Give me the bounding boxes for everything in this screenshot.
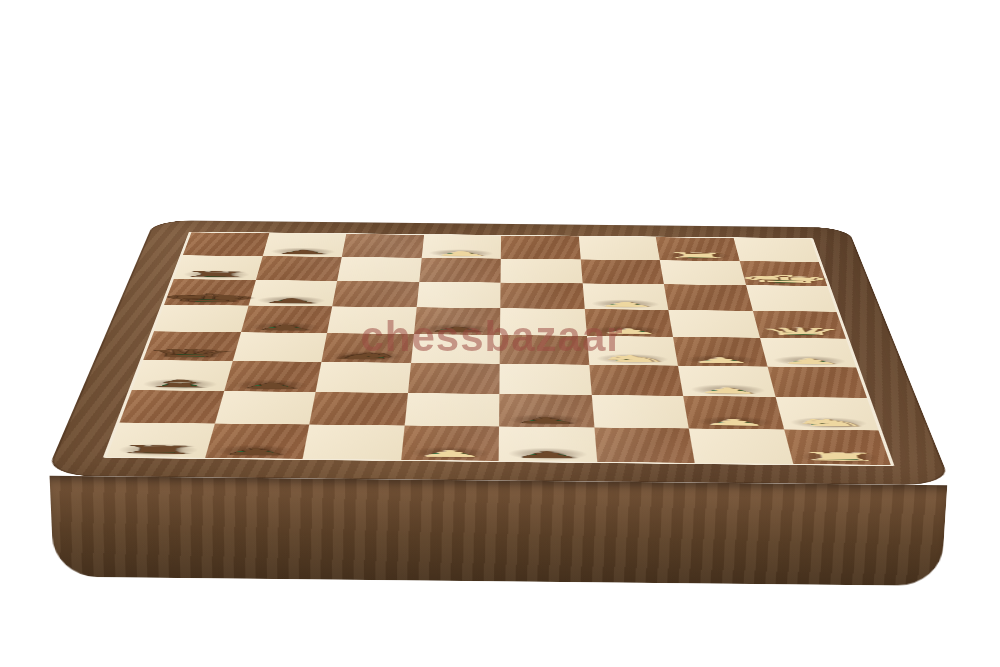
rook-glyph: ♜ [178,270,255,278]
bishop-glyph: ♝ [134,378,226,389]
board-square [673,337,767,367]
board-square [214,391,315,424]
felt-base [528,419,564,423]
felt-base [236,450,274,454]
board-square [107,422,215,457]
black-rook: ♜ [107,422,215,457]
black-rook: ♜ [174,255,263,280]
king-glyph: ♚ [733,273,837,285]
board-square [132,360,233,391]
board-square [303,424,405,459]
black-pawn: ♟ [224,361,322,392]
pawn-glyph: ♟ [699,418,771,427]
board-square [232,332,327,361]
piece-shadow [508,448,586,461]
black-pawn: ♟ [499,394,594,427]
board-square [689,428,793,464]
board-square [784,429,891,465]
queen-glyph: ♛ [140,347,239,359]
pawn-glyph: ♟ [432,250,491,257]
piece-shadow [690,384,765,395]
black-queen: ♛ [143,331,240,360]
board-square [401,425,499,460]
pawn-glyph: ♟ [259,297,323,304]
felt-base [710,389,745,393]
board-square [404,393,499,426]
piece-shadow [141,379,218,390]
white-pawn: ♟ [673,337,767,367]
white-queen: ♛ [752,311,846,339]
board-square [224,361,322,392]
white-knight: ♞ [775,397,878,430]
board-square [499,426,597,462]
pawn-glyph: ♟ [693,386,763,395]
board-square [767,366,867,397]
board-square [205,423,310,458]
board-square [683,396,783,429]
board-square [316,362,411,393]
black-pawn: ♟ [262,233,346,257]
white-pawn: ♟ [683,396,783,429]
queen-glyph: ♛ [753,326,849,337]
watermark: chessbazaar [360,313,623,361]
white-king: ♚ [739,261,827,286]
board-square [678,365,775,396]
pawn-glyph: ♟ [252,324,318,332]
board-square [591,395,688,428]
pawn-glyph: ♟ [776,357,844,365]
felt-base [811,422,848,426]
pawn-glyph: ♟ [688,356,756,364]
felt-base [793,360,828,364]
king-glyph: ♚ [155,292,262,304]
board-square [759,338,856,368]
white-pawn: ♟ [759,338,856,368]
piece-shadow [215,444,296,457]
white-pawn: ♟ [401,425,499,460]
chess-set-product-photo: ♜♟♟♟♝♟♛♞♟♟♚♟♜♟♜♟♞♟♟♟♟♛♞♟♟♚♜♟ chessbazaar [0,0,1000,667]
piece-shadow [411,447,490,460]
white-rook: ♜ [784,429,891,465]
piece-shadow [790,417,869,429]
felt-base [529,453,566,457]
board-square [594,427,695,463]
white-rook: ♜ [656,237,739,261]
black-pawn: ♟ [205,423,310,458]
piece-shadow [117,443,199,456]
felt-base [704,359,738,363]
piece-shadow [233,379,309,390]
piece-shadow [696,416,774,428]
board-square [309,392,407,425]
white-pawn: ♟ [582,283,668,309]
white-pawn: ♟ [421,235,501,259]
felt-base [172,354,207,358]
pawn-glyph: ♟ [218,447,293,457]
pawn-glyph: ♟ [511,416,582,425]
black-pawn: ♟ [499,426,597,462]
pawn-glyph: ♟ [273,249,333,256]
felt-base [253,385,289,389]
board-square [407,363,499,394]
felt-base [138,449,176,453]
black-pawn: ♟ [240,305,332,333]
rook-glyph: ♜ [112,444,204,456]
board-square [775,397,878,430]
piece-shadow [509,414,585,426]
felt-base [161,384,197,388]
pawn-glyph: ♟ [511,450,584,460]
black-bishop: ♝ [132,360,233,391]
black-king: ♚ [164,279,255,305]
rook-glyph: ♜ [662,251,736,259]
felt-base [431,452,468,456]
felt-base [717,421,754,425]
board-square [589,365,683,396]
board-front-edge [50,476,948,586]
board-square [120,390,224,423]
board-square [499,364,591,395]
pawn-glyph: ♟ [236,381,306,390]
rook-glyph: ♜ [793,451,885,463]
pawn-glyph: ♟ [413,449,486,459]
piece-shadow [799,451,881,464]
white-pawn: ♟ [678,365,775,396]
felt-base [821,456,859,460]
board-square [499,394,594,427]
pawn-glyph: ♟ [594,301,657,308]
knight-glyph: ♞ [785,417,872,428]
